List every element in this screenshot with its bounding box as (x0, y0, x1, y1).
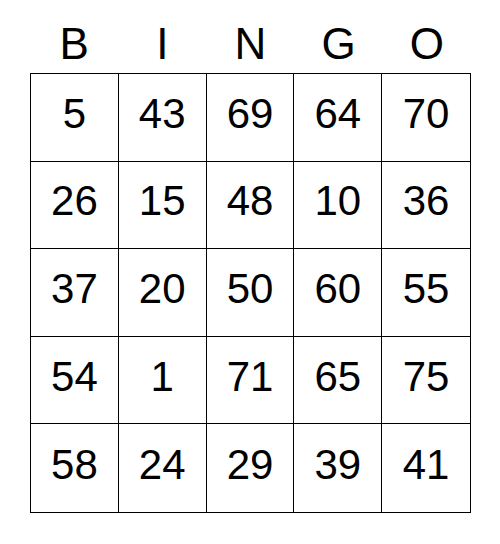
cell-r5c3[interactable]: 29 (207, 424, 295, 512)
bingo-header: B I N G O (30, 0, 471, 73)
cell-r2c4[interactable]: 10 (294, 162, 382, 250)
cell-r3c2[interactable]: 20 (119, 249, 207, 337)
cell-r3c4[interactable]: 60 (294, 249, 382, 337)
cell-r2c1[interactable]: 26 (31, 162, 119, 250)
cell-r4c4[interactable]: 65 (294, 337, 382, 425)
cell-r3c3[interactable]: 50 (207, 249, 295, 337)
header-letter-o: O (383, 0, 471, 73)
header-letter-n: N (206, 0, 294, 73)
header-letter-b: B (30, 0, 118, 73)
cell-r1c3[interactable]: 69 (207, 74, 295, 162)
cell-r2c3[interactable]: 48 (207, 162, 295, 250)
bingo-card: B I N G O 5 43 69 64 70 26 15 48 10 36 3… (30, 0, 471, 513)
cell-r4c5[interactable]: 75 (382, 337, 470, 425)
cell-r1c5[interactable]: 70 (382, 74, 470, 162)
bingo-grid: 5 43 69 64 70 26 15 48 10 36 37 20 50 60… (30, 73, 471, 513)
cell-r3c5[interactable]: 55 (382, 249, 470, 337)
header-letter-i: I (118, 0, 206, 73)
cell-r1c1[interactable]: 5 (31, 74, 119, 162)
cell-r1c2[interactable]: 43 (119, 74, 207, 162)
cell-r3c1[interactable]: 37 (31, 249, 119, 337)
cell-r4c1[interactable]: 54 (31, 337, 119, 425)
cell-r4c2[interactable]: 1 (119, 337, 207, 425)
cell-r5c1[interactable]: 58 (31, 424, 119, 512)
cell-r2c2[interactable]: 15 (119, 162, 207, 250)
header-letter-g: G (295, 0, 383, 73)
cell-r2c5[interactable]: 36 (382, 162, 470, 250)
cell-r5c4[interactable]: 39 (294, 424, 382, 512)
cell-r4c3[interactable]: 71 (207, 337, 295, 425)
cell-r5c5[interactable]: 41 (382, 424, 470, 512)
cell-r1c4[interactable]: 64 (294, 74, 382, 162)
cell-r5c2[interactable]: 24 (119, 424, 207, 512)
